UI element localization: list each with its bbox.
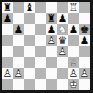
black-bishop-c8-icon: ♝ — [24, 2, 35, 13]
square-c2[interactable] — [24, 68, 35, 79]
black-queen-f5-icon: ♛ — [57, 35, 68, 46]
white-queen-g3-icon: ♕ — [68, 57, 79, 68]
square-g4[interactable] — [68, 46, 79, 57]
black-rook-a8-icon: ♜ — [2, 2, 13, 13]
square-a4[interactable] — [2, 46, 13, 57]
square-f7[interactable]: ♟ — [57, 13, 68, 24]
square-g5[interactable] — [68, 35, 79, 46]
white-pawn-fill-icon: ♟ — [46, 35, 57, 46]
black-pawn-g6-icon: ♟ — [68, 24, 79, 35]
square-d3[interactable] — [35, 57, 46, 68]
square-e5[interactable]: ♟♙ — [46, 35, 57, 46]
square-g1[interactable]: ♚♔ — [68, 79, 79, 90]
square-f1[interactable] — [57, 79, 68, 90]
square-g7[interactable] — [68, 13, 79, 24]
black-pawn-f7-icon: ♟ — [57, 13, 68, 24]
black-king-h6-icon: ♚ — [79, 24, 90, 35]
white-pawn-fill-icon: ♟ — [68, 68, 79, 79]
white-pawn-fill-icon: ♟ — [13, 68, 24, 79]
square-b5[interactable] — [13, 35, 24, 46]
square-d6[interactable] — [35, 24, 46, 35]
square-c6[interactable] — [24, 24, 35, 35]
square-c4[interactable] — [24, 46, 35, 57]
square-b6[interactable]: ♟ — [13, 24, 24, 35]
white-pawn-e5-icon: ♙ — [46, 35, 57, 46]
square-g8[interactable]: ♜♖ — [68, 2, 79, 13]
chess-board: ♜♝♜♖♟♜♟♟♟♞♘♟♚♟♙♛♟♟♙♛♕♟♙♟♙♟♙♟♙♚♔ — [0, 0, 93, 93]
square-b7[interactable] — [13, 13, 24, 24]
square-e3[interactable] — [46, 57, 57, 68]
square-c8[interactable]: ♝ — [24, 2, 35, 13]
square-c1[interactable] — [24, 79, 35, 90]
square-a6[interactable] — [2, 24, 13, 35]
black-pawn-e6-icon: ♟ — [46, 24, 57, 35]
white-rook-g8-icon: ♖ — [68, 2, 79, 13]
square-b3[interactable] — [13, 57, 24, 68]
square-g6[interactable]: ♟ — [68, 24, 79, 35]
black-rook-e7-icon: ♜ — [46, 13, 57, 24]
square-f3[interactable] — [57, 57, 68, 68]
square-b8[interactable] — [13, 2, 24, 13]
white-queen-fill-icon: ♛ — [68, 57, 79, 68]
white-pawn-fill-icon: ♟ — [57, 46, 68, 57]
square-f8[interactable] — [57, 2, 68, 13]
square-a5[interactable] — [2, 35, 13, 46]
square-e7[interactable]: ♜ — [46, 13, 57, 24]
square-d8[interactable] — [35, 2, 46, 13]
square-c3[interactable] — [24, 57, 35, 68]
white-pawn-fill-icon: ♟ — [2, 68, 13, 79]
square-e2[interactable] — [46, 68, 57, 79]
square-d1[interactable] — [35, 79, 46, 90]
square-d5[interactable] — [35, 35, 46, 46]
square-b1[interactable] — [13, 79, 24, 90]
white-knight-f6-icon: ♘ — [57, 24, 68, 35]
black-pawn-b6-icon: ♟ — [13, 24, 24, 35]
white-pawn-f4-icon: ♙ — [57, 46, 68, 57]
square-e1[interactable] — [46, 79, 57, 90]
square-h7[interactable] — [79, 13, 90, 24]
black-pawn-a7-icon: ♟ — [2, 13, 13, 24]
square-f6[interactable]: ♞♘ — [57, 24, 68, 35]
white-rook-fill-icon: ♜ — [68, 2, 79, 13]
white-pawn-fill-icon: ♟ — [79, 68, 90, 79]
white-pawn-a2-icon: ♙ — [2, 68, 13, 79]
white-knight-fill-icon: ♞ — [57, 24, 68, 35]
white-pawn-b2-icon: ♙ — [13, 68, 24, 79]
square-h8[interactable] — [79, 2, 90, 13]
square-a8[interactable]: ♜ — [2, 2, 13, 13]
square-h2[interactable]: ♟♙ — [79, 68, 90, 79]
square-d2[interactable] — [35, 68, 46, 79]
white-king-fill-icon: ♚ — [68, 79, 79, 90]
square-d4[interactable] — [35, 46, 46, 57]
square-a7[interactable]: ♟ — [2, 13, 13, 24]
square-g2[interactable]: ♟♙ — [68, 68, 79, 79]
white-king-g1-icon: ♔ — [68, 79, 79, 90]
square-h5[interactable]: ♟ — [79, 35, 90, 46]
square-c5[interactable] — [24, 35, 35, 46]
square-a3[interactable] — [2, 57, 13, 68]
square-g3[interactable]: ♛♕ — [68, 57, 79, 68]
square-c7[interactable] — [24, 13, 35, 24]
square-h4[interactable] — [79, 46, 90, 57]
square-a1[interactable] — [2, 79, 13, 90]
chess-diagram: ♜♝♜♖♟♜♟♟♟♞♘♟♚♟♙♛♟♟♙♛♕♟♙♟♙♟♙♟♙♚♔ — [0, 0, 93, 93]
square-e6[interactable]: ♟ — [46, 24, 57, 35]
square-f5[interactable]: ♛ — [57, 35, 68, 46]
square-h3[interactable] — [79, 57, 90, 68]
square-f4[interactable]: ♟♙ — [57, 46, 68, 57]
square-h6[interactable]: ♚ — [79, 24, 90, 35]
square-d7[interactable] — [35, 13, 46, 24]
square-a2[interactable]: ♟♙ — [2, 68, 13, 79]
square-e8[interactable] — [46, 2, 57, 13]
white-pawn-h2-icon: ♙ — [79, 68, 90, 79]
square-h1[interactable] — [79, 79, 90, 90]
square-b4[interactable] — [13, 46, 24, 57]
white-pawn-g2-icon: ♙ — [68, 68, 79, 79]
square-b2[interactable]: ♟♙ — [13, 68, 24, 79]
square-e4[interactable] — [46, 46, 57, 57]
black-pawn-h5-icon: ♟ — [79, 35, 90, 46]
square-f2[interactable] — [57, 68, 68, 79]
